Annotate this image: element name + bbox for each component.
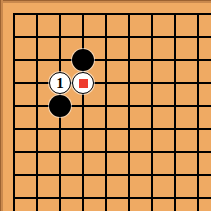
board-border-left [0,0,3,211]
board-border-top [0,0,211,3]
stone-layer: 1 [3,3,210,210]
move-number-label: 1 [56,75,64,90]
go-board: 1 [0,0,211,211]
black-stone-lower [49,95,71,117]
white-stone-marked [72,72,94,94]
white-stone-move-1: 1 [49,72,71,94]
black-stone-upper [72,49,94,71]
red-square-mark [79,79,88,88]
